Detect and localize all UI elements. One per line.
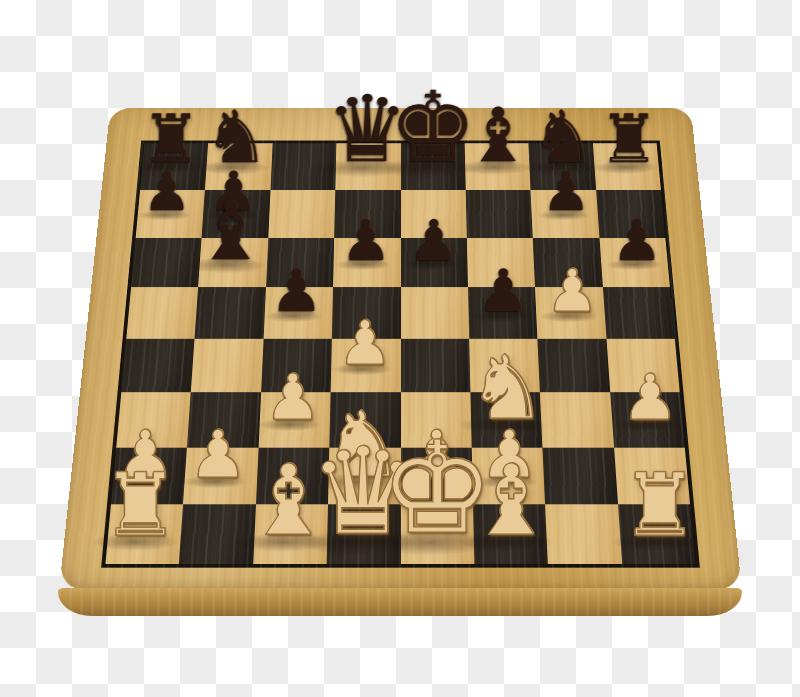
piece-black-pawn: ♟ — [542, 165, 591, 219]
piece-black-pawn: ♟ — [270, 262, 323, 321]
piece-white-pawn: ♟ — [622, 367, 679, 430]
piece-black-rook: ♜ — [599, 106, 659, 173]
piece-white-bishop: ♝ — [468, 453, 555, 550]
piece-black-bishop: ♝ — [465, 99, 532, 173]
piece-white-rook: ♜ — [621, 462, 699, 549]
pieces-layer: ♜♞♛♚♝♞♜♟♟♟♝♟♟♟♟♟♟♟♟♞♟♟♟♞♟♟♜♝♛♚♝♜ — [0, 0, 800, 697]
piece-white-rook: ♜ — [101, 462, 179, 549]
piece-black-pawn: ♟ — [409, 213, 460, 269]
piece-white-pawn: ♟ — [189, 422, 248, 487]
piece-white-pawn: ♟ — [265, 367, 322, 430]
transparent-checker-background: ♜♞♛♚♝♞♜♟♟♟♝♟♟♟♟♟♟♟♟♞♟♟♟♞♟♟♜♝♛♚♝♜ — [0, 0, 800, 697]
piece-black-pawn: ♟ — [143, 165, 192, 219]
piece-black-pawn: ♟ — [612, 213, 663, 269]
piece-white-pawn: ♟ — [338, 314, 393, 375]
piece-white-pawn: ♟ — [546, 262, 599, 321]
piece-black-pawn: ♟ — [341, 213, 392, 269]
piece-black-pawn: ♟ — [477, 262, 530, 321]
piece-black-bishop: ♝ — [194, 191, 267, 272]
